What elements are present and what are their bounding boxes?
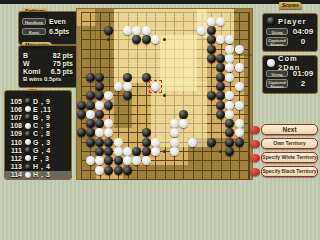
move-number: 110: [8, 139, 22, 146]
white-stone: [170, 119, 179, 128]
black-stone: [142, 128, 151, 137]
black-stone: [123, 166, 132, 175]
handicap-value: Even: [49, 18, 66, 25]
white-stone: [114, 138, 123, 147]
red-blob-icon: [250, 154, 260, 162]
video-title-bar: [0, 0, 320, 4]
black-stone: [207, 54, 216, 63]
red-blob-icon: [250, 126, 260, 134]
move-number: 106: [8, 106, 22, 113]
using-time-label: Using Time: [266, 28, 288, 35]
move-stone-icon: [25, 98, 31, 104]
black-stone: [207, 26, 216, 35]
move-coordinate: G , 4: [33, 147, 51, 154]
captured-stones-value: 0: [292, 37, 314, 46]
black-stone: [77, 110, 86, 119]
black-stone: [216, 101, 225, 110]
black-stone: [216, 82, 225, 91]
kifu-move-row[interactable]: 112F , 3: [5, 154, 71, 162]
message-label: Komi: [23, 68, 41, 75]
white-stone: [235, 119, 244, 128]
white-stone: [235, 101, 244, 110]
message-value: 82 pts: [53, 52, 73, 59]
black-stone: [142, 138, 151, 147]
using-time-label: Using Time: [266, 70, 288, 77]
using-time-value: 04:09: [292, 27, 314, 36]
white-stone: [225, 73, 234, 82]
player-stone-icon: [267, 17, 275, 25]
message-line: B wins 0.5pts: [23, 76, 73, 82]
black-stone: [86, 73, 95, 82]
black-stone: [77, 101, 86, 110]
move-stone-icon: [25, 123, 31, 129]
move-stone-icon: [25, 164, 31, 170]
kifu-move-row[interactable]: 105D , 9: [5, 97, 71, 105]
red-blob-icon: [250, 140, 260, 148]
captured-stones-label: Captured Stones: [266, 37, 288, 46]
move-number: 113: [8, 163, 22, 170]
kifu-move-row[interactable]: 109C , 8: [5, 130, 71, 138]
white-stone: [225, 101, 234, 110]
button-label: Specify White Territory: [261, 152, 318, 163]
black-stone: [86, 101, 95, 110]
white-stone: [86, 110, 95, 119]
move-coordinate: G , 3: [33, 139, 51, 146]
white-stone: [142, 26, 151, 35]
move-number: 111: [8, 147, 22, 154]
message-value: 75 pts: [53, 60, 73, 67]
white-stone: [235, 63, 244, 72]
black-stone: [86, 91, 95, 100]
messages-panel: B82 ptsW75 ptsKomi6.5 ptsB wins 0.5pts: [18, 45, 78, 88]
kifu-move-row[interactable]: 108C , 9: [5, 122, 71, 130]
move-number: 112: [8, 155, 22, 162]
kifu-move-row[interactable]: 110G , 3: [5, 138, 71, 146]
black-stone: [225, 138, 234, 147]
black-stone: [114, 156, 123, 165]
black-stone: [114, 166, 123, 175]
move-coordinate: E ,11: [33, 106, 51, 113]
button-specify-black-territory[interactable]: Specify Black Territory: [250, 166, 318, 177]
white-stone: [179, 119, 188, 128]
white-stone: [170, 147, 179, 156]
move-stone-icon: [25, 131, 31, 137]
handicap-label-chip: Handicap: [22, 18, 46, 25]
black-stone: [179, 110, 188, 119]
move-number: 109: [8, 130, 22, 137]
black-stone: [77, 128, 86, 137]
white-stone: [151, 147, 160, 156]
white-stone: [123, 82, 132, 91]
white-stone: [151, 138, 160, 147]
black-stone: [95, 82, 104, 91]
komi-value: 6.5pts: [49, 28, 69, 35]
move-coordinate: B , 9: [33, 114, 50, 121]
message-label: W: [23, 60, 30, 67]
message-value: 6.5 pts: [51, 68, 73, 75]
button-next[interactable]: Next: [250, 124, 318, 135]
kifu-panel: 105D , 9106E ,11107B , 9108C , 9109C , 8…: [4, 90, 72, 180]
white-stone: [235, 82, 244, 91]
white-stone: [216, 17, 225, 26]
white-stone: [188, 138, 197, 147]
white-stone: [235, 128, 244, 137]
red-blob-icon: [250, 168, 260, 176]
white-stone: [207, 17, 216, 26]
black-stone: [104, 101, 113, 110]
move-stone-icon: [25, 106, 31, 112]
button-specify-white-territory[interactable]: Specify White Territory: [250, 152, 318, 163]
move-coordinate: F , 3: [33, 155, 50, 162]
message-label: B: [23, 52, 28, 59]
using-time-value: 01:09: [292, 69, 314, 78]
move-number: 114: [8, 171, 22, 178]
kifu-move-row[interactable]: 106E ,11: [5, 105, 71, 113]
kifu-move-row[interactable]: 107B , 9: [5, 113, 71, 121]
score-card-player: PlayerUsing Time04:09Captured Stones0: [262, 13, 318, 52]
move-number: 105: [8, 98, 22, 105]
black-stone: [207, 138, 216, 147]
black-stone: [86, 119, 95, 128]
move-coordinate: C , 8: [33, 130, 50, 137]
black-stone: [95, 110, 104, 119]
button-own-territory[interactable]: Own Territory: [250, 138, 318, 149]
settings-panel: Handicap Even Komi 6.5pts: [18, 11, 78, 45]
white-stone: [235, 45, 244, 54]
white-stone: [170, 138, 179, 147]
kifu-move-row[interactable]: 114H , 3: [5, 171, 71, 179]
black-stone: [142, 35, 151, 44]
white-stone: [114, 82, 123, 91]
white-stone: [225, 45, 234, 54]
captured-stones-label: Captured Stones: [266, 79, 288, 88]
black-stone: [104, 166, 113, 175]
white-stone: [114, 147, 123, 156]
move-stone-icon: [25, 147, 31, 153]
board-cursor[interactable]: [149, 80, 162, 93]
black-stone: [235, 138, 244, 147]
black-stone: [216, 54, 225, 63]
captured-stones-value: 2: [292, 79, 314, 88]
black-stone: [86, 138, 95, 147]
player-stone-icon: [267, 59, 275, 67]
score-card-computer: Com 2DanUsing Time01:09Captured Stones2: [262, 55, 318, 94]
move-coordinate: D , 9: [33, 98, 50, 105]
white-stone: [170, 128, 179, 137]
kifu-move-row[interactable]: 113H , 4: [5, 163, 71, 171]
white-stone: [95, 101, 104, 110]
move-coordinate: C , 9: [33, 122, 50, 129]
move-stone-icon: [25, 155, 31, 161]
black-stone: [123, 73, 132, 82]
move-stone-icon: [25, 172, 31, 178]
black-stone: [207, 45, 216, 54]
move-coordinate: H , 3: [33, 171, 50, 178]
move-stone-icon: [25, 139, 31, 145]
star-point: [219, 150, 222, 153]
go-board[interactable]: [76, 8, 253, 180]
black-stone: [216, 110, 225, 119]
message-label: B wins 0.5pts: [23, 76, 61, 82]
black-stone: [142, 147, 151, 156]
black-stone: [216, 73, 225, 82]
button-label: Next: [261, 124, 318, 135]
black-stone: [95, 73, 104, 82]
white-stone: [123, 147, 132, 156]
komi-label-chip: Komi: [22, 28, 46, 35]
black-stone: [207, 91, 216, 100]
message-line: Komi6.5 pts: [23, 68, 73, 75]
white-stone: [142, 156, 151, 165]
scores-tab: Scores: [279, 2, 302, 9]
button-label: Own Territory: [261, 138, 318, 149]
move-stone-icon: [25, 114, 31, 120]
message-line: B82 pts: [23, 52, 73, 59]
move-coordinate: H , 4: [33, 163, 50, 170]
player-name: Player: [278, 17, 307, 26]
kifu-move-row[interactable]: 111G , 4: [5, 146, 71, 154]
button-label: Specify Black Territory: [261, 166, 318, 177]
move-number: 108: [8, 122, 22, 129]
message-line: W75 pts: [23, 60, 73, 67]
black-stone: [95, 138, 104, 147]
move-number: 107: [8, 114, 22, 121]
white-stone: [95, 166, 104, 175]
